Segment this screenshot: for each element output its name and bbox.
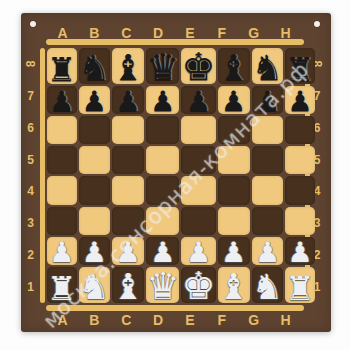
- square-d6[interactable]: [146, 116, 179, 144]
- square-d1[interactable]: ♛: [146, 267, 179, 303]
- square-b7[interactable]: ♟: [79, 86, 110, 114]
- rank-label-left-7: 7: [21, 80, 40, 112]
- piece-white-king[interactable]: ♚: [181, 267, 215, 305]
- square-a8[interactable]: ♜: [47, 48, 77, 84]
- square-e5[interactable]: [181, 146, 215, 174]
- square-e7[interactable]: ♟: [181, 86, 215, 114]
- square-c8[interactable]: ♝: [112, 48, 144, 84]
- piece-white-bishop[interactable]: ♝: [112, 269, 144, 305]
- rank-label-left-8: 8: [15, 54, 47, 73]
- file-label-bottom-c: C: [111, 312, 143, 328]
- square-h6[interactable]: [285, 116, 315, 144]
- piece-black-rook[interactable]: ♜: [47, 53, 77, 86]
- square-e2[interactable]: ♟: [181, 237, 215, 265]
- piece-black-knight[interactable]: ♞: [79, 51, 110, 86]
- square-f2[interactable]: ♟: [218, 237, 250, 265]
- piece-white-pawn[interactable]: ♟: [150, 239, 175, 267]
- square-h8[interactable]: ♜: [285, 48, 315, 84]
- square-d7[interactable]: ♟: [146, 86, 179, 114]
- square-f8[interactable]: ♝: [218, 48, 250, 84]
- square-d2[interactable]: ♟: [146, 237, 179, 265]
- piece-black-bishop[interactable]: ♝: [112, 50, 144, 86]
- square-f4[interactable]: [218, 176, 250, 204]
- file-label-bottom-d: D: [143, 312, 175, 328]
- piece-white-pawn[interactable]: ♟: [287, 239, 312, 267]
- file-label-bottom-b: B: [79, 312, 111, 328]
- square-d5[interactable]: [146, 146, 179, 174]
- square-a3[interactable]: [47, 207, 77, 235]
- piece-black-pawn[interactable]: ♟: [150, 88, 175, 116]
- file-label-bottom-g: G: [238, 312, 270, 328]
- square-d4[interactable]: [146, 176, 179, 204]
- piece-white-rook[interactable]: ♜: [285, 272, 315, 305]
- square-f3[interactable]: [218, 207, 250, 235]
- rank-label-left-2: 2: [21, 239, 40, 271]
- piece-white-pawn[interactable]: ♟: [116, 239, 141, 267]
- square-a4[interactable]: [47, 176, 77, 204]
- piece-black-rook[interactable]: ♜: [285, 53, 315, 86]
- square-d3[interactable]: [146, 207, 179, 235]
- square-b1[interactable]: ♞: [79, 267, 110, 303]
- square-b8[interactable]: ♞: [79, 48, 110, 84]
- square-b2[interactable]: ♟: [79, 237, 110, 265]
- square-c6[interactable]: [112, 116, 144, 144]
- product-photo: ABCDEFGH 87654321 87654321 ♜♞♝♛♚♝♞♜♟♟♟♟♟…: [0, 0, 350, 350]
- piece-black-bishop[interactable]: ♝: [218, 50, 250, 86]
- chess-board: ABCDEFGH 87654321 87654321 ♜♞♝♛♚♝♞♜♟♟♟♟♟…: [21, 13, 331, 332]
- square-b5[interactable]: [79, 146, 110, 174]
- square-e3[interactable]: [181, 207, 215, 235]
- square-c1[interactable]: ♝: [112, 267, 144, 303]
- piece-black-pawn[interactable]: ♟: [116, 88, 141, 116]
- piece-white-pawn[interactable]: ♟: [49, 239, 74, 267]
- piece-white-bishop[interactable]: ♝: [218, 269, 250, 305]
- square-e1[interactable]: ♚: [181, 267, 215, 303]
- rank-label-left-4: 4: [21, 176, 40, 208]
- square-g3[interactable]: [252, 207, 283, 235]
- square-h5[interactable]: [285, 146, 315, 174]
- square-b3[interactable]: [79, 207, 110, 235]
- file-label-bottom-e: E: [175, 312, 207, 328]
- piece-black-pawn[interactable]: ♟: [82, 88, 107, 116]
- square-a2[interactable]: ♟: [47, 237, 77, 265]
- piece-white-queen[interactable]: ♛: [146, 268, 179, 305]
- square-c5[interactable]: [112, 146, 144, 174]
- square-a6[interactable]: [47, 116, 77, 144]
- mount-hole-left: [30, 21, 36, 27]
- square-e6[interactable]: [181, 116, 215, 144]
- square-g5[interactable]: [252, 146, 283, 174]
- piece-white-pawn[interactable]: ♟: [255, 239, 280, 267]
- square-f1[interactable]: ♝: [218, 267, 250, 303]
- piece-black-pawn[interactable]: ♟: [255, 88, 280, 116]
- square-f5[interactable]: [218, 146, 250, 174]
- square-b6[interactable]: [79, 116, 110, 144]
- square-f7[interactable]: ♟: [218, 86, 250, 114]
- square-g8[interactable]: ♞: [252, 48, 283, 84]
- square-h1[interactable]: ♜: [285, 267, 315, 303]
- square-e4[interactable]: [181, 176, 215, 204]
- square-g7[interactable]: ♟: [252, 86, 283, 114]
- file-label-bottom-h: H: [270, 312, 302, 328]
- piece-white-knight[interactable]: ♞: [252, 270, 283, 305]
- square-c3[interactable]: [112, 207, 144, 235]
- file-label-bottom-a: A: [47, 312, 79, 328]
- file-label-bottom-f: F: [206, 312, 238, 328]
- piece-black-knight[interactable]: ♞: [252, 51, 283, 86]
- rank-label-left-1: 1: [21, 271, 40, 303]
- piece-white-pawn[interactable]: ♟: [221, 239, 246, 267]
- square-h2[interactable]: ♟: [285, 237, 315, 265]
- rank-label-left-5: 5: [21, 144, 40, 176]
- square-c7[interactable]: ♟: [112, 86, 144, 114]
- piece-black-pawn[interactable]: ♟: [221, 88, 246, 116]
- square-a1[interactable]: ♜: [47, 267, 77, 303]
- mount-hole-right: [314, 21, 320, 27]
- square-b4[interactable]: [79, 176, 110, 204]
- piece-white-rook[interactable]: ♜: [47, 272, 77, 305]
- rank-label-left-3: 3: [21, 207, 40, 239]
- square-g2[interactable]: ♟: [252, 237, 283, 265]
- square-e8[interactable]: ♚: [181, 48, 215, 84]
- piece-black-pawn[interactable]: ♟: [186, 88, 211, 116]
- square-c4[interactable]: [112, 176, 144, 204]
- square-h4[interactable]: [285, 176, 315, 204]
- square-h3[interactable]: [285, 207, 315, 235]
- left-divider-bar: [40, 48, 45, 303]
- piece-black-queen[interactable]: ♛: [146, 49, 179, 86]
- square-g1[interactable]: ♞: [252, 267, 283, 303]
- piece-white-knight[interactable]: ♞: [79, 270, 110, 305]
- square-h7[interactable]: ♟: [285, 86, 315, 114]
- piece-black-pawn[interactable]: ♟: [287, 88, 312, 116]
- square-g6[interactable]: [252, 116, 283, 144]
- square-g4[interactable]: [252, 176, 283, 204]
- bottom-divider-bar: [46, 305, 304, 311]
- rank-label-left-6: 6: [21, 112, 40, 144]
- file-labels-bottom: ABCDEFGH: [47, 312, 302, 328]
- square-f6[interactable]: [218, 116, 250, 144]
- rank-labels-left: 87654321: [21, 48, 40, 303]
- square-a5[interactable]: [47, 146, 77, 174]
- square-c2[interactable]: ♟: [112, 237, 144, 265]
- piece-black-pawn[interactable]: ♟: [49, 88, 74, 116]
- board-grid: ♜♞♝♛♚♝♞♜♟♟♟♟♟♟♟♟♟♟♟♟♟♟♟♟♜♞♝♛♚♝♞♜: [47, 48, 302, 303]
- square-a7[interactable]: ♟: [47, 86, 77, 114]
- piece-white-pawn[interactable]: ♟: [82, 239, 107, 267]
- square-d8[interactable]: ♛: [146, 48, 179, 84]
- piece-black-king[interactable]: ♚: [181, 48, 215, 86]
- piece-white-pawn[interactable]: ♟: [186, 239, 211, 267]
- top-divider-bar: [46, 39, 304, 45]
